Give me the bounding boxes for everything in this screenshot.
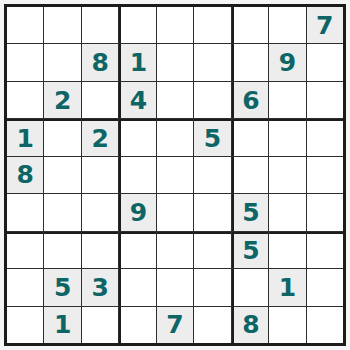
cell-r6c8[interactable] <box>269 194 305 230</box>
cell-r9c6[interactable] <box>194 307 230 343</box>
cell-r7c4[interactable] <box>119 232 155 268</box>
cell-r4c3[interactable]: 2 <box>82 119 118 155</box>
cell-r1c4[interactable] <box>119 7 155 43</box>
cell-r6c3[interactable] <box>82 194 118 230</box>
cell-r6c2[interactable] <box>44 194 80 230</box>
cell-r3c6[interactable] <box>194 82 230 118</box>
cell-r7c2[interactable] <box>44 232 80 268</box>
cell-r8c8[interactable]: 1 <box>269 269 305 305</box>
cell-r7c8[interactable] <box>269 232 305 268</box>
cell-r1c3[interactable] <box>82 7 118 43</box>
cell-r2c3[interactable]: 8 <box>82 44 118 80</box>
cell-r4c2[interactable] <box>44 119 80 155</box>
cell-r3c7[interactable]: 6 <box>232 82 268 118</box>
cell-r2c2[interactable] <box>44 44 80 80</box>
cell-r8c1[interactable] <box>7 269 43 305</box>
cell-r6c4[interactable]: 9 <box>119 194 155 230</box>
cell-r9c5[interactable]: 7 <box>157 307 193 343</box>
cell-r4c8[interactable] <box>269 119 305 155</box>
cell-r8c2[interactable]: 5 <box>44 269 80 305</box>
cell-r8c4[interactable] <box>119 269 155 305</box>
cell-r7c1[interactable] <box>7 232 43 268</box>
cell-r1c7[interactable] <box>232 7 268 43</box>
cell-r2c6[interactable] <box>194 44 230 80</box>
cell-r5c5[interactable] <box>157 157 193 193</box>
cell-r3c5[interactable] <box>157 82 193 118</box>
cell-r4c1[interactable]: 1 <box>7 119 43 155</box>
cell-r3c1[interactable] <box>7 82 43 118</box>
cell-r4c7[interactable] <box>232 119 268 155</box>
cell-r4c5[interactable] <box>157 119 193 155</box>
cell-r2c8[interactable]: 9 <box>269 44 305 80</box>
cell-r8c7[interactable] <box>232 269 268 305</box>
cell-r2c1[interactable] <box>7 44 43 80</box>
cell-r2c7[interactable] <box>232 44 268 80</box>
cell-r7c5[interactable] <box>157 232 193 268</box>
cell-r2c9[interactable] <box>307 44 343 80</box>
cell-r9c9[interactable] <box>307 307 343 343</box>
cell-r5c2[interactable] <box>44 157 80 193</box>
cell-r5c8[interactable] <box>269 157 305 193</box>
page: { "game": "sudoku", "board": { "rows": 9… <box>0 0 350 350</box>
cell-r9c1[interactable] <box>7 307 43 343</box>
cell-r4c9[interactable] <box>307 119 343 155</box>
sudoku-board: 78192461258955531178 <box>4 4 346 346</box>
cell-r7c7[interactable]: 5 <box>232 232 268 268</box>
cell-r7c6[interactable] <box>194 232 230 268</box>
cell-r5c7[interactable] <box>232 157 268 193</box>
cell-r5c1[interactable]: 8 <box>7 157 43 193</box>
cell-r1c6[interactable] <box>194 7 230 43</box>
cell-r8c6[interactable] <box>194 269 230 305</box>
cell-r6c7[interactable]: 5 <box>232 194 268 230</box>
cell-r7c9[interactable] <box>307 232 343 268</box>
cell-r1c8[interactable] <box>269 7 305 43</box>
cell-r3c4[interactable]: 4 <box>119 82 155 118</box>
cell-r7c3[interactable] <box>82 232 118 268</box>
cell-r2c5[interactable] <box>157 44 193 80</box>
cell-r6c1[interactable] <box>7 194 43 230</box>
cell-r3c3[interactable] <box>82 82 118 118</box>
cell-r9c3[interactable] <box>82 307 118 343</box>
cell-r4c4[interactable] <box>119 119 155 155</box>
cell-r1c9[interactable]: 7 <box>307 7 343 43</box>
cell-r2c4[interactable]: 1 <box>119 44 155 80</box>
cell-r5c9[interactable] <box>307 157 343 193</box>
cell-r3c2[interactable]: 2 <box>44 82 80 118</box>
cell-r8c9[interactable] <box>307 269 343 305</box>
cell-r1c1[interactable] <box>7 7 43 43</box>
cell-r8c5[interactable] <box>157 269 193 305</box>
cell-r9c7[interactable]: 8 <box>232 307 268 343</box>
cell-r5c4[interactable] <box>119 157 155 193</box>
sudoku-board-wrapper: 78192461258955531178 <box>0 0 350 350</box>
cell-r5c6[interactable] <box>194 157 230 193</box>
cell-r3c8[interactable] <box>269 82 305 118</box>
cell-r8c3[interactable]: 3 <box>82 269 118 305</box>
cell-r9c2[interactable]: 1 <box>44 307 80 343</box>
cell-r6c9[interactable] <box>307 194 343 230</box>
cell-r6c5[interactable] <box>157 194 193 230</box>
cell-r4c6[interactable]: 5 <box>194 119 230 155</box>
cell-r9c8[interactable] <box>269 307 305 343</box>
cell-r3c9[interactable] <box>307 82 343 118</box>
cell-r1c2[interactable] <box>44 7 80 43</box>
cell-r5c3[interactable] <box>82 157 118 193</box>
cell-r9c4[interactable] <box>119 307 155 343</box>
cell-r6c6[interactable] <box>194 194 230 230</box>
cell-r1c5[interactable] <box>157 7 193 43</box>
